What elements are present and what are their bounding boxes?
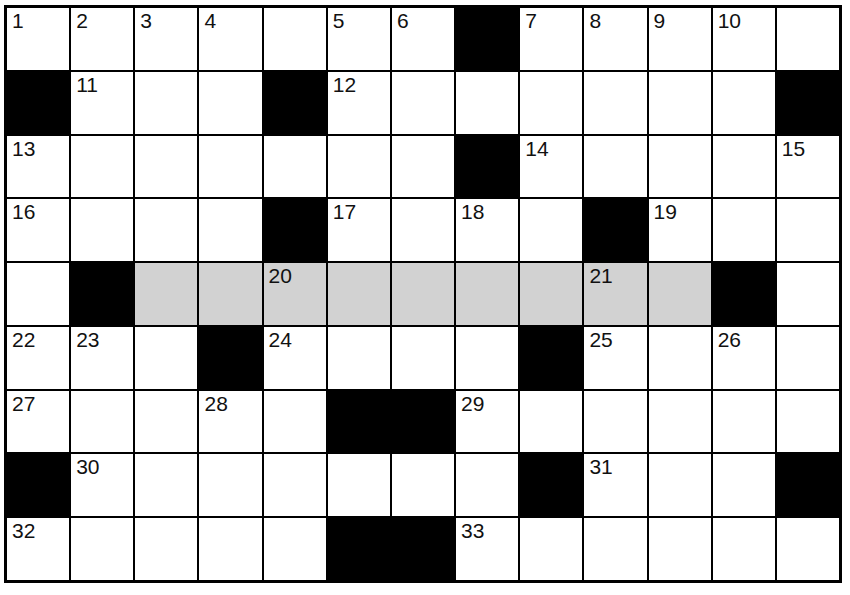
letter-cell-r2c8[interactable]: [456, 72, 518, 134]
letter-cell-r7c3[interactable]: [135, 391, 197, 453]
clue-number-15: 15: [782, 137, 805, 161]
letter-cell-r3c13[interactable]: 15: [777, 136, 839, 198]
letter-cell-r6c10[interactable]: 25: [584, 327, 646, 389]
letter-cell-r3c7[interactable]: [392, 136, 454, 198]
letter-cell-r1c5[interactable]: [264, 8, 326, 70]
letter-cell-r4c2[interactable]: [71, 199, 133, 261]
letter-cell-r7c9[interactable]: [520, 391, 582, 453]
shaded-letter-cell-r5c7[interactable]: [392, 263, 454, 325]
letter-cell-r9c10[interactable]: [584, 518, 646, 580]
blocked-cell-r6c9: [520, 327, 582, 389]
shaded-letter-cell-r5c3[interactable]: [135, 263, 197, 325]
clue-number-13: 13: [12, 137, 35, 161]
letter-cell-r1c1[interactable]: 1: [7, 8, 69, 70]
letter-cell-r1c12[interactable]: 10: [713, 8, 775, 70]
letter-cell-r6c3[interactable]: [135, 327, 197, 389]
letter-cell-r9c5[interactable]: [264, 518, 326, 580]
blocked-cell-r4c5: [264, 199, 326, 261]
letter-cell-r1c13[interactable]: [777, 8, 839, 70]
blocked-cell-r2c5: [264, 72, 326, 134]
letter-cell-r3c1[interactable]: 13: [7, 136, 69, 198]
letter-cell-r3c3[interactable]: [135, 136, 197, 198]
letter-cell-r1c11[interactable]: 9: [649, 8, 711, 70]
clue-number-20: 20: [269, 264, 292, 288]
clue-number-32: 32: [12, 519, 35, 543]
blocked-cell-r5c12: [713, 263, 775, 325]
letter-cell-r9c3[interactable]: [135, 518, 197, 580]
shaded-letter-cell-r5c6[interactable]: [328, 263, 390, 325]
letter-cell-r5c1[interactable]: [7, 263, 69, 325]
blocked-cell-r2c13: [777, 72, 839, 134]
letter-cell-r4c11[interactable]: 19: [649, 199, 711, 261]
clue-number-4: 4: [204, 9, 216, 33]
blocked-cell-r8c9: [520, 454, 582, 516]
clue-number-28: 28: [204, 392, 227, 416]
letter-cell-r8c8[interactable]: [456, 454, 518, 516]
clue-number-27: 27: [12, 392, 35, 416]
blocked-cell-r4c10: [584, 199, 646, 261]
clue-number-11: 11: [76, 73, 98, 97]
blocked-cell-r7c6: [328, 391, 390, 453]
letter-cell-r6c13[interactable]: [777, 327, 839, 389]
letter-cell-r9c8[interactable]: 33: [456, 518, 518, 580]
blocked-cell-r6c4: [199, 327, 261, 389]
shaded-letter-cell-r5c5[interactable]: 20: [264, 263, 326, 325]
letter-cell-r1c10[interactable]: 8: [584, 8, 646, 70]
letter-cell-r8c10[interactable]: 31: [584, 454, 646, 516]
letter-cell-r6c6[interactable]: [328, 327, 390, 389]
letter-cell-r1c2[interactable]: 2: [71, 8, 133, 70]
clue-number-24: 24: [269, 328, 292, 352]
blocked-cell-r9c7: [392, 518, 454, 580]
letter-cell-r3c11[interactable]: [649, 136, 711, 198]
blocked-cell-r3c8: [456, 136, 518, 198]
letter-cell-r1c7[interactable]: 6: [392, 8, 454, 70]
letter-cell-r5c13[interactable]: [777, 263, 839, 325]
blocked-cell-r9c6: [328, 518, 390, 580]
letter-cell-r6c5[interactable]: 24: [264, 327, 326, 389]
letter-cell-r3c5[interactable]: [264, 136, 326, 198]
letter-cell-r2c7[interactable]: [392, 72, 454, 134]
shaded-letter-cell-r5c9[interactable]: [520, 263, 582, 325]
letter-cell-r1c3[interactable]: 3: [135, 8, 197, 70]
letter-cell-r7c10[interactable]: [584, 391, 646, 453]
clue-number-3: 3: [140, 9, 152, 33]
clue-number-9: 9: [654, 9, 666, 33]
clue-number-12: 12: [333, 73, 356, 97]
clue-number-14: 14: [525, 137, 548, 161]
clue-number-29: 29: [461, 392, 484, 416]
letter-cell-r9c1[interactable]: 32: [7, 518, 69, 580]
letter-cell-r9c11[interactable]: [649, 518, 711, 580]
shaded-letter-cell-r5c11[interactable]: [649, 263, 711, 325]
shaded-letter-cell-r5c8[interactable]: [456, 263, 518, 325]
letter-cell-r6c12[interactable]: 26: [713, 327, 775, 389]
shaded-letter-cell-r5c4[interactable]: [199, 263, 261, 325]
letter-cell-r9c13[interactable]: [777, 518, 839, 580]
letter-cell-r7c8[interactable]: 29: [456, 391, 518, 453]
letter-cell-r8c6[interactable]: [328, 454, 390, 516]
letter-cell-r8c11[interactable]: [649, 454, 711, 516]
letter-cell-r8c4[interactable]: [199, 454, 261, 516]
letter-cell-r3c6[interactable]: [328, 136, 390, 198]
letter-cell-r3c4[interactable]: [199, 136, 261, 198]
clue-number-18: 18: [461, 200, 484, 224]
letter-cell-r1c9[interactable]: 7: [520, 8, 582, 70]
blocked-cell-r8c13: [777, 454, 839, 516]
clue-number-8: 8: [589, 9, 601, 33]
letter-cell-r2c3[interactable]: [135, 72, 197, 134]
clue-number-22: 22: [12, 328, 35, 352]
letter-cell-r3c10[interactable]: [584, 136, 646, 198]
letter-cell-r7c1[interactable]: 27: [7, 391, 69, 453]
letter-cell-r8c7[interactable]: [392, 454, 454, 516]
shaded-letter-cell-r5c10[interactable]: 21: [584, 263, 646, 325]
letter-cell-r8c3[interactable]: [135, 454, 197, 516]
letter-cell-r6c2[interactable]: 23: [71, 327, 133, 389]
letter-cell-r7c5[interactable]: [264, 391, 326, 453]
clue-number-17: 17: [333, 200, 356, 224]
letter-cell-r2c11[interactable]: [649, 72, 711, 134]
letter-cell-r2c4[interactable]: [199, 72, 261, 134]
clue-number-7: 7: [525, 9, 537, 33]
letter-cell-r1c4[interactable]: 4: [199, 8, 261, 70]
letter-cell-r4c6[interactable]: 17: [328, 199, 390, 261]
letter-cell-r4c1[interactable]: 16: [7, 199, 69, 261]
letter-cell-r4c3[interactable]: [135, 199, 197, 261]
letter-cell-r4c8[interactable]: 18: [456, 199, 518, 261]
blocked-cell-r2c1: [7, 72, 69, 134]
letter-cell-r4c13[interactable]: [777, 199, 839, 261]
letter-cell-r2c6[interactable]: 12: [328, 72, 390, 134]
clue-number-21: 21: [589, 264, 612, 288]
clue-number-16: 16: [12, 200, 35, 224]
letter-cell-r9c4[interactable]: [199, 518, 261, 580]
blocked-cell-r7c7: [392, 391, 454, 453]
blocked-cell-r5c2: [71, 263, 133, 325]
clue-number-26: 26: [718, 328, 741, 352]
letter-cell-r2c10[interactable]: [584, 72, 646, 134]
letter-cell-r4c12[interactable]: [713, 199, 775, 261]
letter-cell-r7c12[interactable]: [713, 391, 775, 453]
letter-cell-r6c1[interactable]: 22: [7, 327, 69, 389]
clue-number-1: 1: [12, 9, 24, 33]
clue-number-30: 30: [76, 455, 99, 479]
letter-cell-r6c7[interactable]: [392, 327, 454, 389]
clue-number-10: 10: [718, 9, 741, 33]
letter-cell-r4c7[interactable]: [392, 199, 454, 261]
letter-cell-r2c9[interactable]: [520, 72, 582, 134]
letter-cell-r3c9[interactable]: 14: [520, 136, 582, 198]
letter-cell-r9c9[interactable]: [520, 518, 582, 580]
clue-number-23: 23: [76, 328, 99, 352]
clue-number-25: 25: [589, 328, 612, 352]
letter-cell-r2c2[interactable]: 11: [71, 72, 133, 134]
letter-cell-r7c13[interactable]: [777, 391, 839, 453]
crossword-grid: 1234567891011121314151617181920212223242…: [4, 5, 842, 583]
letter-cell-r7c4[interactable]: 28: [199, 391, 261, 453]
clue-number-5: 5: [333, 9, 345, 33]
letter-cell-r9c2[interactable]: [71, 518, 133, 580]
letter-cell-r8c5[interactable]: [264, 454, 326, 516]
letter-cell-r3c12[interactable]: [713, 136, 775, 198]
letter-cell-r7c2[interactable]: [71, 391, 133, 453]
blocked-cell-r1c8: [456, 8, 518, 70]
clue-number-19: 19: [654, 200, 677, 224]
clue-number-2: 2: [76, 9, 88, 33]
letter-cell-r4c4[interactable]: [199, 199, 261, 261]
letter-cell-r7c11[interactable]: [649, 391, 711, 453]
clue-number-33: 33: [461, 519, 484, 543]
letter-cell-r3c2[interactable]: [71, 136, 133, 198]
blocked-cell-r8c1: [7, 454, 69, 516]
letter-cell-r8c2[interactable]: 30: [71, 454, 133, 516]
clue-number-31: 31: [589, 455, 612, 479]
letter-cell-r2c12[interactable]: [713, 72, 775, 134]
letter-cell-r8c12[interactable]: [713, 454, 775, 516]
letter-cell-r4c9[interactable]: [520, 199, 582, 261]
letter-cell-r1c6[interactable]: 5: [328, 8, 390, 70]
letter-cell-r6c8[interactable]: [456, 327, 518, 389]
letter-cell-r9c12[interactable]: [713, 518, 775, 580]
clue-number-6: 6: [397, 9, 409, 33]
letter-cell-r6c11[interactable]: [649, 327, 711, 389]
